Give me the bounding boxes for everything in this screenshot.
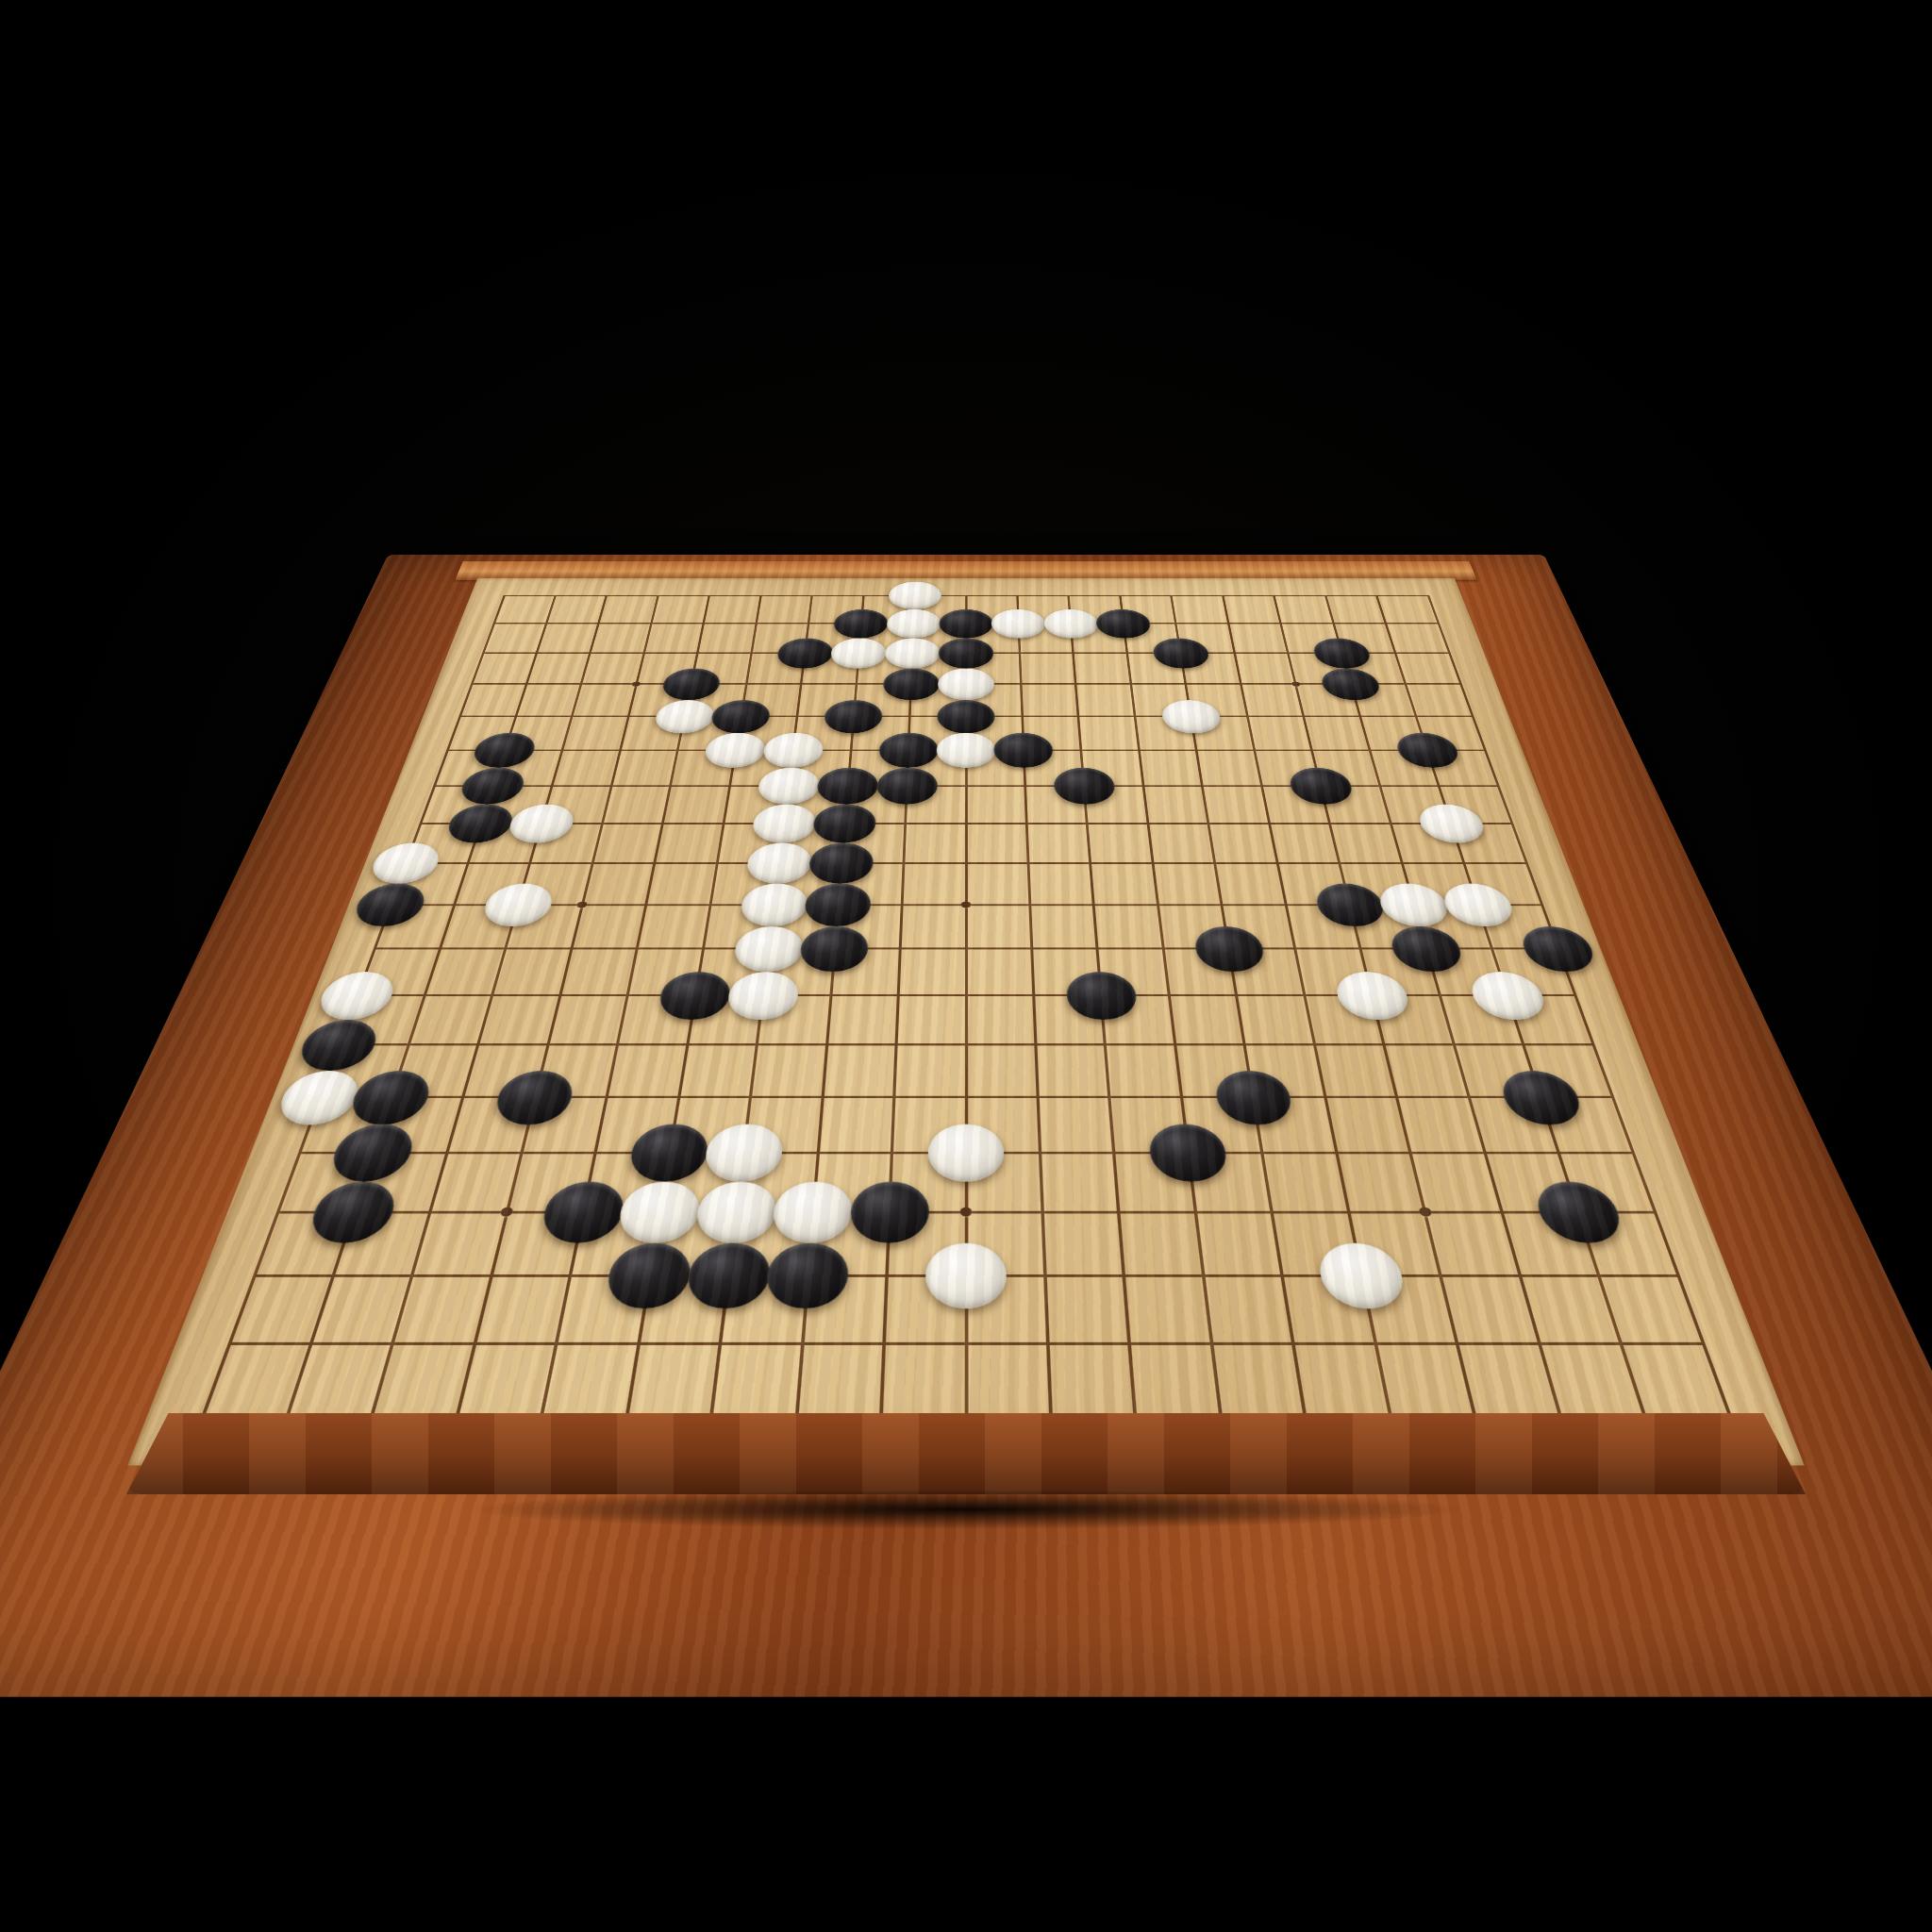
black-stone-glyph: ● (1059, 971, 1143, 1019)
black-stone[interactable]: ● (875, 768, 938, 805)
black-stone[interactable]: ● (345, 1071, 437, 1124)
star-point (576, 902, 588, 908)
white-stone-glyph: ● (1459, 971, 1556, 1019)
black-stone[interactable]: ● (1495, 1071, 1587, 1124)
white-stone[interactable]: ● (927, 1124, 1005, 1182)
white-stone[interactable]: ● (724, 972, 800, 1020)
grid-line-horizontal (227, 1341, 1705, 1344)
white-stone[interactable]: ● (1332, 972, 1413, 1020)
black-stone-glyph: ● (531, 1180, 635, 1241)
grid-line-vertical (1068, 595, 1138, 1418)
grid-line-vertical (370, 595, 608, 1418)
black-stone[interactable]: ● (349, 884, 430, 926)
white-stone[interactable]: ● (829, 638, 887, 668)
floor-shadow (258, 1481, 1674, 1538)
white-stone[interactable]: ● (1465, 972, 1550, 1020)
black-stone[interactable]: ● (1530, 1182, 1628, 1243)
scene: ●●●●●●●●●●●●●●●●●●●●●●●●●●●●●●●●●●●●●●●●… (0, 0, 1932, 1932)
black-stone[interactable]: ● (1065, 972, 1138, 1020)
white-stone[interactable]: ● (615, 1182, 704, 1243)
grid-line-horizontal (338, 1043, 1594, 1045)
black-stone-glyph: ● (1313, 668, 1388, 700)
black-stone-glyph: ● (320, 1123, 426, 1180)
black-stone[interactable]: ● (325, 1124, 420, 1182)
white-stone[interactable]: ● (479, 884, 557, 926)
black-stone-glyph: ● (298, 1180, 409, 1241)
white-stone[interactable]: ● (1414, 805, 1489, 843)
black-stone[interactable]: ● (293, 1020, 383, 1071)
grid-line-horizontal (318, 1096, 1613, 1098)
white-stone-glyph: ● (695, 1123, 791, 1180)
grid-line-vertical (1375, 595, 1647, 1418)
black-stone[interactable]: ● (764, 1243, 850, 1309)
black-stone-glyph: ● (677, 1241, 779, 1307)
star-point (960, 1207, 973, 1217)
grid-line-horizontal (373, 948, 1558, 950)
white-stone-glyph: ● (918, 1241, 1013, 1307)
black-stone[interactable]: ● (304, 1182, 402, 1243)
black-stone[interactable]: ● (626, 1124, 711, 1182)
white-stone-glyph: ● (1308, 1241, 1416, 1307)
black-stone[interactable]: ● (1318, 668, 1383, 700)
black-stone[interactable]: ● (1213, 1071, 1295, 1124)
black-stone[interactable]: ● (848, 1182, 929, 1243)
black-stone-glyph: ● (1207, 1069, 1301, 1123)
black-stone-glyph: ● (1523, 1180, 1634, 1241)
white-stone[interactable]: ● (313, 972, 400, 1020)
grid-line-vertical (1016, 595, 1053, 1418)
white-stone-glyph: ● (922, 1123, 1011, 1180)
white-stone[interactable]: ● (273, 1071, 366, 1124)
black-stone[interactable]: ● (491, 1071, 578, 1124)
black-stone-glyph: ● (621, 1123, 718, 1180)
black-stone[interactable]: ● (1151, 638, 1210, 668)
black-stone-glyph: ● (651, 971, 740, 1019)
black-stone[interactable]: ● (684, 1243, 773, 1309)
grid-line-vertical (455, 595, 659, 1418)
grid-line-vertical (1273, 595, 1477, 1418)
grid-line-horizontal (356, 994, 1576, 996)
grid-line-horizontal (298, 1152, 1635, 1155)
white-stone[interactable]: ● (693, 1182, 779, 1243)
grid-line-vertical (200, 595, 505, 1418)
star-point (961, 902, 972, 908)
black-stone-glyph: ● (344, 882, 436, 924)
black-stone-glyph: ● (1187, 925, 1273, 971)
white-stone[interactable]: ● (1160, 700, 1224, 733)
black-stone[interactable]: ● (994, 733, 1055, 768)
grid-line-vertical (285, 595, 557, 1418)
grid-line-horizontal (253, 1274, 1680, 1277)
black-stone[interactable]: ● (1287, 768, 1357, 805)
grid-line-vertical (1324, 595, 1562, 1418)
white-stone[interactable]: ● (505, 805, 577, 843)
white-stone-glyph: ● (1326, 971, 1419, 1019)
black-stone[interactable]: ● (538, 1182, 628, 1243)
black-stone-glyph: ● (1281, 767, 1360, 804)
black-stone-glyph: ● (1490, 1069, 1592, 1123)
black-stone-glyph: ● (758, 1241, 857, 1307)
black-stone[interactable]: ● (1147, 1124, 1230, 1182)
black-stone-glyph: ● (597, 1241, 702, 1307)
white-stone[interactable]: ● (936, 733, 995, 768)
black-stone[interactable]: ● (1095, 609, 1153, 639)
white-stone-glyph: ● (687, 1180, 785, 1241)
photo-background: ●●●●●●●●●●●●●●●●●●●●●●●●●●●●●●●●●●●●●●●●… (0, 0, 1932, 1932)
white-stone[interactable]: ● (702, 1124, 785, 1182)
black-stone-glyph: ● (1146, 638, 1215, 668)
black-stone[interactable]: ● (882, 668, 940, 700)
white-stone[interactable]: ● (991, 609, 1046, 639)
grid-line-vertical (1426, 595, 1731, 1418)
white-stone-glyph: ● (500, 804, 583, 842)
black-stone[interactable]: ● (657, 972, 734, 1020)
black-stone[interactable]: ● (1392, 733, 1463, 768)
black-stone[interactable]: ● (1192, 926, 1267, 972)
white-stone-glyph: ● (474, 882, 562, 924)
grid-line-vertical (1222, 595, 1392, 1418)
go-board: ●●●●●●●●●●●●●●●●●●●●●●●●●●●●●●●●●●●●●●●●… (127, 578, 1804, 1466)
black-stone-glyph: ● (1048, 767, 1122, 804)
white-stone-glyph: ● (308, 971, 406, 1019)
star-point (1418, 1207, 1432, 1217)
black-stone[interactable]: ● (1053, 768, 1116, 805)
black-stone[interactable]: ● (603, 1243, 694, 1309)
white-stone[interactable]: ● (771, 1182, 854, 1243)
black-stone-glyph: ● (288, 1018, 390, 1069)
black-stone[interactable]: ● (823, 700, 883, 733)
black-stone-glyph: ● (1388, 732, 1468, 767)
white-stone-glyph: ● (1156, 699, 1228, 732)
white-stone[interactable]: ● (1315, 1243, 1409, 1309)
white-stone[interactable]: ● (924, 1243, 1007, 1309)
white-stone-glyph: ● (1409, 804, 1494, 842)
white-stone-glyph: ● (609, 1180, 710, 1241)
star-point (500, 1207, 514, 1217)
black-stone-glyph: ● (842, 1180, 936, 1241)
black-stone-glyph: ● (486, 1069, 584, 1123)
white-stone-glyph: ● (764, 1180, 860, 1241)
black-stone-glyph: ● (340, 1069, 442, 1123)
white-stone-glyph: ● (720, 971, 806, 1019)
black-stone[interactable]: ● (798, 926, 869, 972)
white-stone-glyph: ● (267, 1069, 372, 1123)
star-point (1291, 681, 1300, 686)
star-point (631, 681, 641, 686)
grid-line-horizontal (275, 1211, 1656, 1214)
black-stone-glyph: ● (1141, 1123, 1237, 1180)
